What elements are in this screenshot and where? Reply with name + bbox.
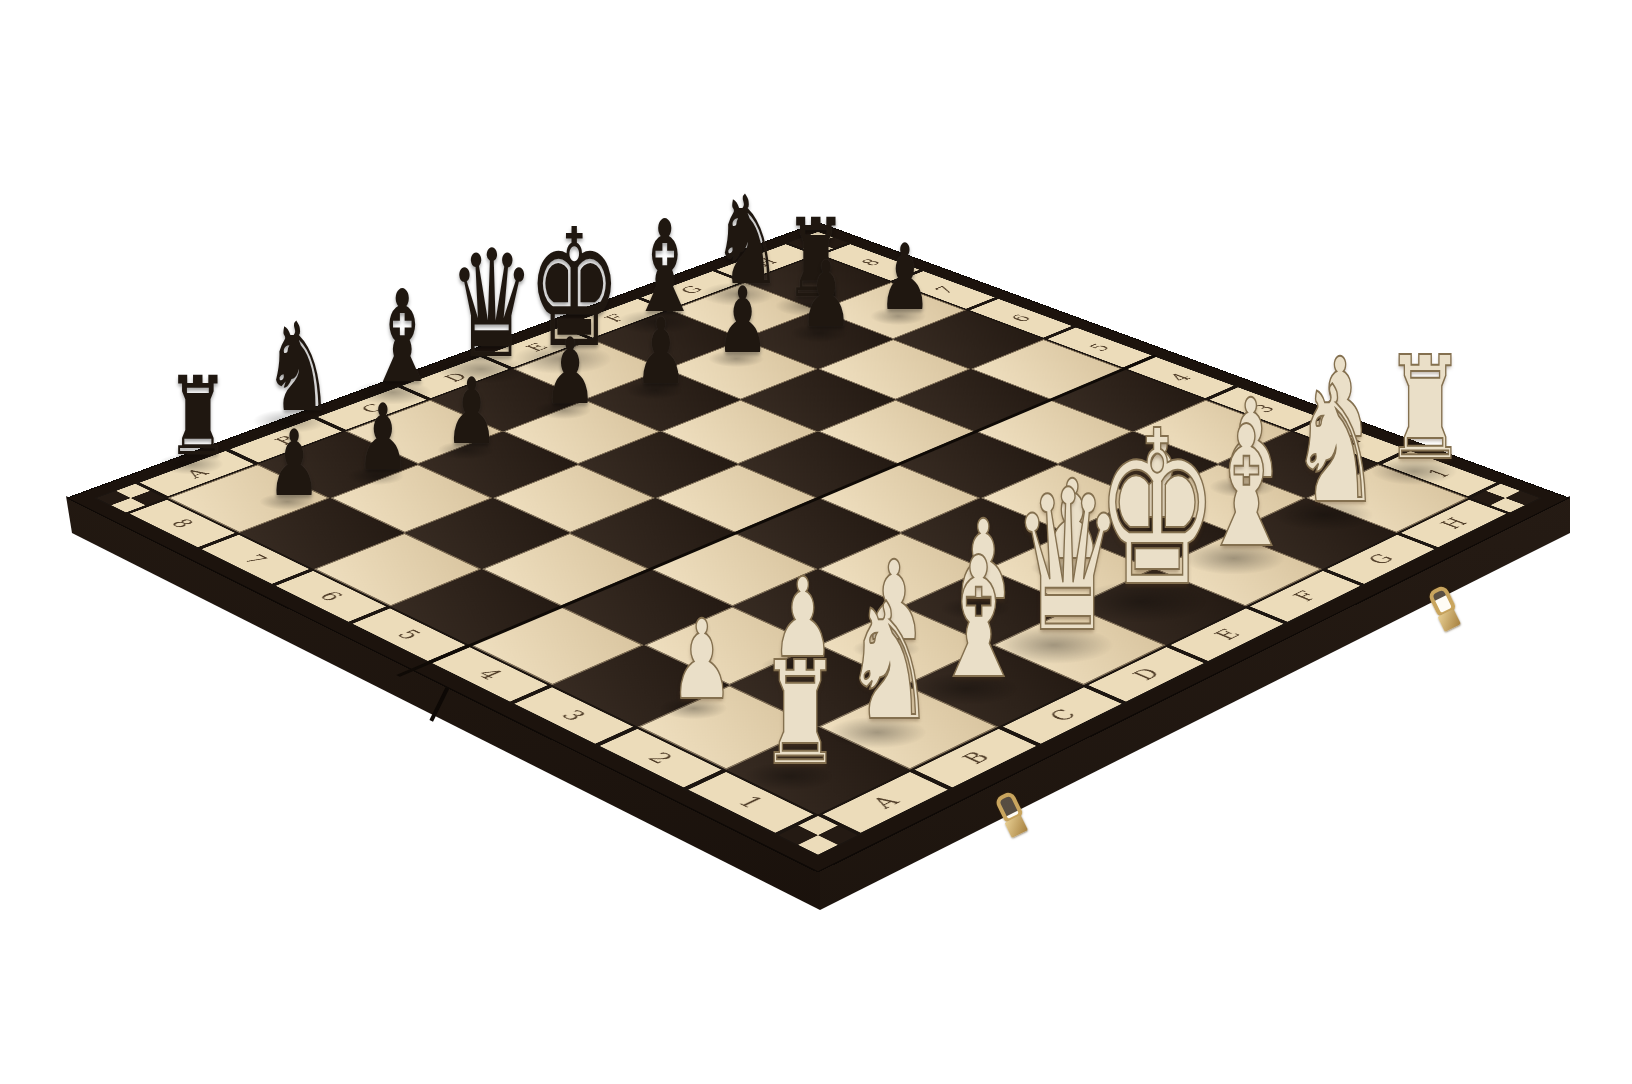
rank-label-text: 6 (313, 588, 348, 603)
rank-label-text: 4 (471, 666, 507, 682)
rank-label-text: 4 (1164, 371, 1196, 383)
rank-label-text: 3 (1248, 402, 1280, 415)
file-label-text: E (1209, 626, 1247, 643)
rank-label-text: 8 (856, 257, 885, 268)
rank-label-text: 5 (391, 627, 427, 643)
product-photo-chess-set: { "game": "chess", "scene": { "backgroun… (0, 0, 1632, 1084)
file-label-text: H (1435, 515, 1473, 531)
file-label-text: G (675, 284, 707, 296)
file-label-text: A (866, 792, 906, 811)
file-label-text: D (439, 371, 472, 385)
rank-label-text: 7 (238, 552, 273, 567)
file-label-text: C (1043, 706, 1082, 724)
file-label-text: D (1127, 665, 1166, 683)
rank-label-text: 7 (930, 284, 960, 295)
file-label-text: A (181, 466, 214, 480)
rank-label-text: 2 (642, 749, 679, 767)
board-grid: ABCDEFGH8877665544332211ABCDEFGH (94, 231, 1542, 856)
rank-label-text: 8 (165, 516, 200, 530)
file-label-text: B (270, 433, 303, 447)
rank-label-text: 1 (1422, 467, 1456, 481)
rank-label-text: 2 (1333, 434, 1366, 447)
chess-board: ABCDEFGH8877665544332211ABCDEFGH (68, 223, 1567, 871)
file-label-text: H (749, 256, 782, 268)
file-label-text: F (1287, 588, 1323, 604)
rank-label-text: 6 (1005, 312, 1035, 324)
file-label-text: B (956, 749, 995, 768)
file-label-text: C (356, 402, 389, 416)
rank-label-text: 3 (555, 707, 592, 724)
file-label-text: E (521, 341, 553, 354)
file-label-text: G (1362, 551, 1400, 567)
file-label-text: F (600, 312, 631, 324)
rank-label-text: 1 (731, 793, 769, 811)
rank-label-text: 5 (1084, 341, 1115, 353)
